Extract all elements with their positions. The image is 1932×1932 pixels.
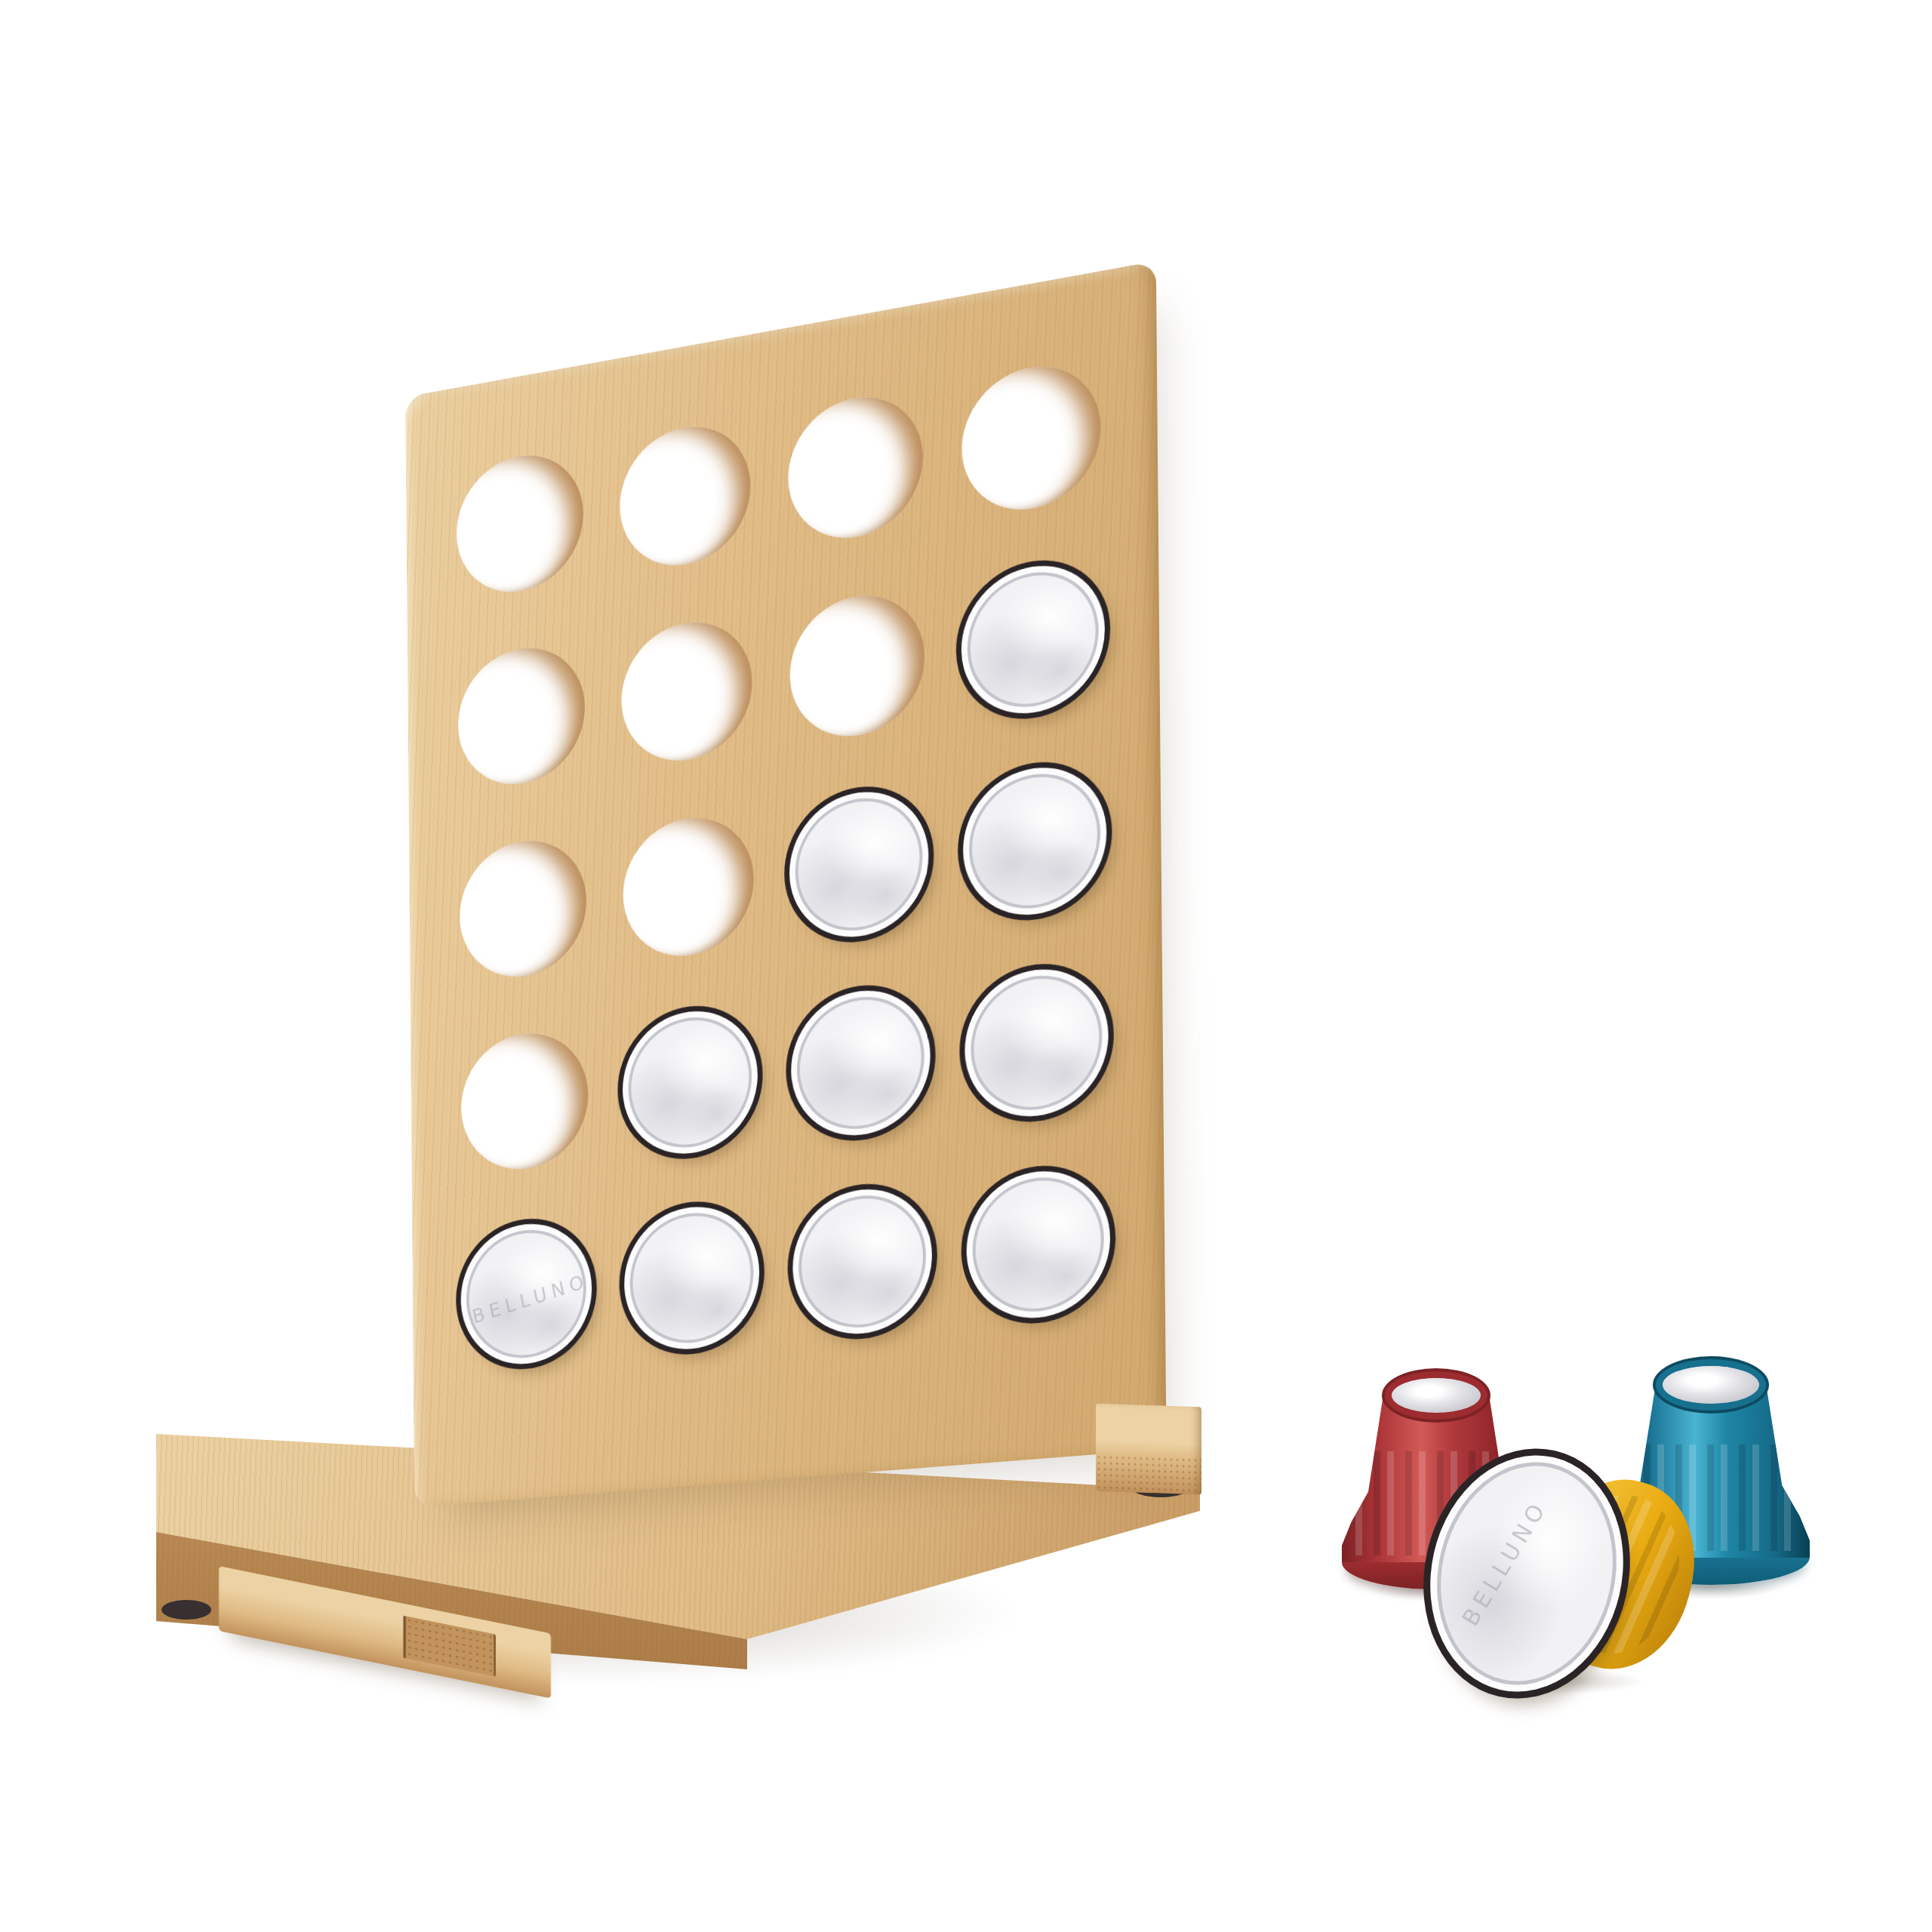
foil-embossed-text: BELLUNO <box>1457 1494 1552 1630</box>
product-scene: BELLUNO BELLUNO <box>0 0 1932 1932</box>
loose-capsule-yellow[interactable]: BELLUNO <box>1425 1447 1697 1697</box>
loose-capsules: BELLUNO <box>0 0 1932 1932</box>
capsule-silver-base <box>1392 1378 1481 1413</box>
capsule-silver-base <box>1663 1366 1759 1404</box>
